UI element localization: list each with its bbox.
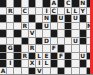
blocked-cell xyxy=(51,53,57,60)
blocked-cell xyxy=(14,60,20,67)
crossword-cell[interactable]: I xyxy=(43,8,49,15)
blocked-cell xyxy=(0,30,6,37)
crossword-cell[interactable] xyxy=(72,60,78,67)
crossword-cell[interactable] xyxy=(14,68,20,75)
blocked-cell xyxy=(14,15,20,22)
crossword-cell[interactable]: A xyxy=(51,0,57,7)
crossword-cell[interactable] xyxy=(43,30,49,37)
blocked-cell xyxy=(65,15,71,22)
crossword-cell[interactable] xyxy=(0,38,6,45)
crossword-cell[interactable] xyxy=(58,8,64,15)
crossword-cell[interactable] xyxy=(80,23,86,30)
blocked-cell xyxy=(36,23,42,30)
crossword-cell[interactable] xyxy=(29,38,35,45)
crossword-cell[interactable] xyxy=(51,23,57,30)
crossword-cell[interactable]: U xyxy=(72,15,78,22)
crossword-cell[interactable] xyxy=(72,68,78,75)
blocked-cell xyxy=(51,15,57,22)
blocked-cell xyxy=(80,60,86,67)
crossword-cell[interactable]: I xyxy=(7,60,13,67)
crossword-cell[interactable]: V xyxy=(29,30,35,37)
crossword-cell[interactable]: L xyxy=(65,8,71,15)
blocked-cell xyxy=(29,15,35,22)
blocked-cell xyxy=(43,0,49,7)
crossword-cell[interactable]: C xyxy=(22,8,28,15)
blocked-cell xyxy=(22,38,28,45)
blocked-cell xyxy=(0,53,6,60)
crossword-cell[interactable] xyxy=(29,23,35,30)
blocked-cell xyxy=(14,30,20,37)
crossword-cell[interactable] xyxy=(43,68,49,75)
crossword-cell[interactable] xyxy=(58,23,64,30)
crossword-cell[interactable] xyxy=(36,45,42,52)
crossword-cell[interactable] xyxy=(7,53,13,60)
crossword-cell[interactable] xyxy=(7,23,13,30)
crossword-cell[interactable] xyxy=(36,0,42,7)
crossword-cell[interactable]: U xyxy=(58,15,64,22)
blocked-cell xyxy=(14,53,20,60)
crossword-cell[interactable]: R xyxy=(7,8,13,15)
blocked-cell xyxy=(51,30,57,37)
blocked-cell xyxy=(14,0,20,7)
blocked-cell xyxy=(29,0,35,7)
crossword-cell[interactable]: R xyxy=(22,53,28,60)
crossword-cell[interactable] xyxy=(58,60,64,67)
blocked-cell xyxy=(14,45,20,52)
blocked-cell xyxy=(58,0,64,7)
blocked-cell xyxy=(80,38,86,45)
blocked-cell xyxy=(0,15,6,22)
crossword-screenshot: ACNRCICLLYNUURUMVDUGRFRLEFUIXILAV xyxy=(0,0,93,74)
blocked-cell xyxy=(65,60,71,67)
crossword-cell[interactable] xyxy=(14,8,20,15)
blocked-cell xyxy=(0,45,6,52)
crossword-cell[interactable]: N xyxy=(80,0,86,7)
crossword-cell[interactable] xyxy=(51,38,57,45)
blocked-cell xyxy=(29,68,35,75)
crossword-cell[interactable] xyxy=(7,38,13,45)
crossword-cell[interactable] xyxy=(80,68,86,75)
crossword-cell[interactable]: U xyxy=(80,53,86,60)
crossword-cell[interactable] xyxy=(65,38,71,45)
crossword-board: ACNRCICLLYNUURUMVDUGRFRLEFUIXILAV xyxy=(0,0,93,74)
crossword-cell[interactable]: Y xyxy=(80,8,86,15)
crossword-cell[interactable] xyxy=(72,30,78,37)
crossword-cell[interactable] xyxy=(22,0,28,7)
crossword-cell[interactable]: E xyxy=(43,53,49,60)
crossword-cell[interactable]: C xyxy=(65,0,71,7)
crossword-cell[interactable]: L xyxy=(72,8,78,15)
crossword-cell[interactable]: F xyxy=(58,53,64,60)
crossword-cell[interactable] xyxy=(65,45,71,52)
crossword-cell[interactable]: G xyxy=(7,45,13,52)
crossword-cell[interactable] xyxy=(0,8,6,15)
crossword-cell[interactable]: L xyxy=(43,60,49,67)
blocked-cell xyxy=(58,68,64,75)
blocked-cell xyxy=(80,15,86,22)
blocked-cell xyxy=(29,53,35,60)
crossword-cell[interactable] xyxy=(22,68,28,75)
crossword-cell[interactable]: V xyxy=(36,68,42,75)
crossword-cell[interactable] xyxy=(58,30,64,37)
crossword-cell[interactable] xyxy=(65,68,71,75)
crossword-cell[interactable]: L xyxy=(36,53,42,60)
crossword-cell[interactable]: R xyxy=(29,45,35,52)
blocked-cell xyxy=(0,60,6,67)
crossword-cell[interactable] xyxy=(0,23,6,30)
crossword-cell[interactable] xyxy=(58,38,64,45)
crossword-cell[interactable] xyxy=(22,60,28,67)
crossword-cell[interactable] xyxy=(22,30,28,37)
blocked-cell xyxy=(65,53,71,60)
crossword-cell[interactable]: I xyxy=(36,60,42,67)
crossword-cell[interactable] xyxy=(72,45,78,52)
crossword-cell[interactable]: R xyxy=(22,23,28,30)
crossword-cell[interactable]: U xyxy=(72,38,78,45)
crossword-cell[interactable] xyxy=(80,45,86,52)
crossword-cell[interactable] xyxy=(7,30,13,37)
crossword-cell[interactable] xyxy=(14,23,20,30)
blocked-cell xyxy=(65,30,71,37)
blocked-cell xyxy=(72,0,78,7)
red-highlight-line xyxy=(90,0,93,74)
crossword-cell[interactable] xyxy=(36,15,42,22)
crossword-cell[interactable]: U xyxy=(43,23,49,30)
blocked-cell xyxy=(0,0,6,7)
blocked-cell xyxy=(80,30,86,37)
blocked-cell xyxy=(36,38,42,45)
crossword-cell[interactable]: F xyxy=(51,45,57,52)
crossword-cell[interactable] xyxy=(7,15,13,22)
crossword-cell[interactable] xyxy=(29,8,35,15)
crossword-cell[interactable]: A xyxy=(0,68,6,75)
crossword-cell[interactable] xyxy=(36,8,42,15)
crossword-cell[interactable] xyxy=(7,68,13,75)
blocked-cell xyxy=(65,23,71,30)
crossword-cell[interactable]: N xyxy=(43,15,49,22)
crossword-cell[interactable] xyxy=(7,0,13,7)
crossword-cell[interactable]: C xyxy=(51,8,57,15)
crossword-cell[interactable] xyxy=(36,30,42,37)
crossword-cell[interactable] xyxy=(72,53,78,60)
crossword-cell[interactable] xyxy=(43,45,49,52)
crossword-cell[interactable] xyxy=(14,38,20,45)
crossword-cell[interactable] xyxy=(22,15,28,22)
blocked-cell xyxy=(58,45,64,52)
crossword-cell[interactable]: X xyxy=(29,60,35,67)
crossword-cell[interactable] xyxy=(51,68,57,75)
crossword-cell[interactable] xyxy=(72,23,78,30)
crossword-cell[interactable] xyxy=(22,45,28,52)
blocked-cell xyxy=(51,60,57,67)
crossword-cell[interactable]: D xyxy=(43,38,49,45)
